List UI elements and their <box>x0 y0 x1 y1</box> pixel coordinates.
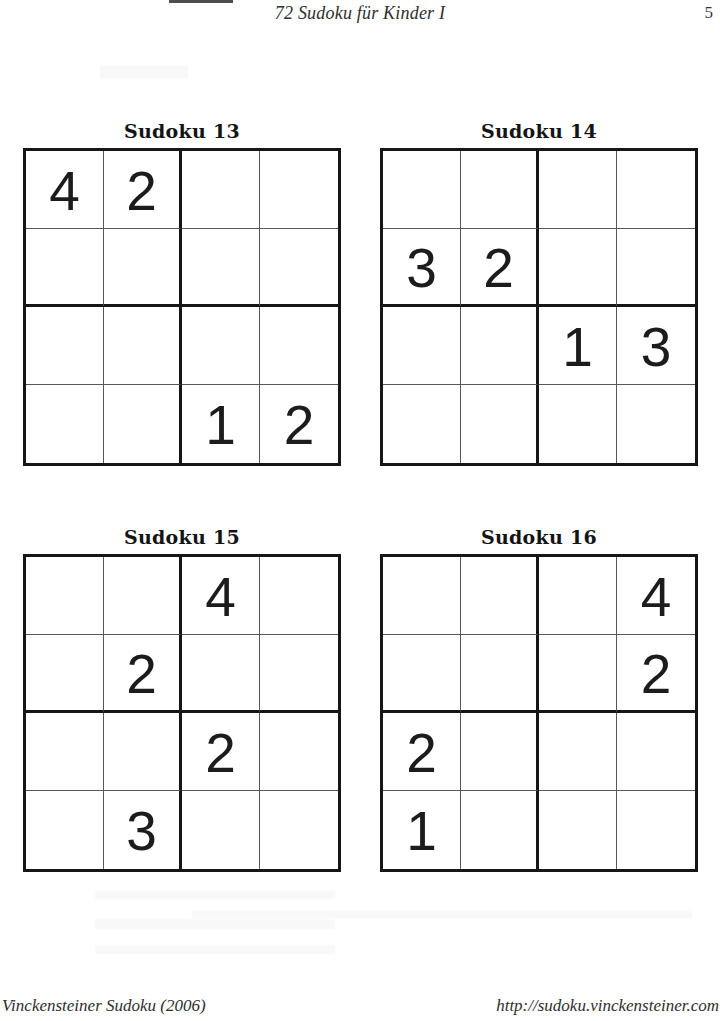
cell-r3c4-empty <box>617 713 695 791</box>
cell-r4c4-given-2: 2 <box>260 385 338 463</box>
cell-r1c1-empty <box>26 557 104 635</box>
cell-r4c3-empty <box>182 791 260 869</box>
cell-r2c3-empty <box>182 229 260 307</box>
cell-r4c1-empty <box>26 791 104 869</box>
cell-r2c1-given-3: 3 <box>383 229 461 307</box>
scan-artifact <box>100 66 188 79</box>
puzzle-sudoku-16: Sudoku 16 4221 <box>380 526 698 872</box>
puzzle-title: Sudoku 16 <box>380 526 698 548</box>
cell-r4c1-empty <box>26 385 104 463</box>
puzzle-sudoku-13: Sudoku 13 4212 <box>23 120 341 466</box>
cell-r1c1-given-4: 4 <box>26 151 104 229</box>
cell-r1c1-empty <box>383 557 461 635</box>
cell-r2c3-empty <box>539 229 617 307</box>
cell-r3c1-empty <box>383 307 461 385</box>
cell-r3c2-empty <box>461 307 539 385</box>
cell-r1c3-given-4: 4 <box>182 557 260 635</box>
cell-r3c4-empty <box>260 713 338 791</box>
cell-r3c1-empty <box>26 713 104 791</box>
cell-r2c4-empty <box>617 229 695 307</box>
scan-artifact <box>95 945 335 954</box>
cell-r1c4-given-4: 4 <box>617 557 695 635</box>
footer-imprint: Vinckensteiner Sudoku (2006) <box>2 996 206 1016</box>
cell-r3c3-given-2: 2 <box>182 713 260 791</box>
footer-url: http://sudoku.vinckensteiner.com <box>496 996 719 1016</box>
cell-r1c3-empty <box>182 151 260 229</box>
cell-r2c4-given-2: 2 <box>617 635 695 713</box>
cell-r3c2-empty <box>104 713 182 791</box>
sudoku-board-13: 4212 <box>23 148 341 466</box>
cell-r2c4-empty <box>260 635 338 713</box>
cell-r4c1-given-1: 1 <box>383 791 461 869</box>
cell-r2c1-empty <box>26 229 104 307</box>
cell-r2c1-empty <box>383 635 461 713</box>
cell-r4c2-given-3: 3 <box>104 791 182 869</box>
cell-r4c3-empty <box>539 385 617 463</box>
cell-r3c1-empty <box>26 307 104 385</box>
cell-r4c2-empty <box>461 385 539 463</box>
cell-r4c4-empty <box>617 385 695 463</box>
cell-r2c2-given-2: 2 <box>461 229 539 307</box>
cell-r3c2-empty <box>461 713 539 791</box>
cell-r1c2-empty <box>461 151 539 229</box>
cell-r3c4-empty <box>260 307 338 385</box>
cell-r3c3-empty <box>539 713 617 791</box>
cell-r1c1-empty <box>383 151 461 229</box>
scan-artifact <box>192 911 692 918</box>
puzzle-title: Sudoku 15 <box>23 526 341 548</box>
page-number: 5 <box>705 3 714 23</box>
cell-r3c3-given-1: 1 <box>539 307 617 385</box>
cell-r3c4-given-3: 3 <box>617 307 695 385</box>
cell-r1c4-empty <box>260 557 338 635</box>
cell-r2c3-empty <box>182 635 260 713</box>
puzzle-sudoku-14: Sudoku 14 3213 <box>380 120 698 466</box>
cell-r1c2-given-2: 2 <box>104 151 182 229</box>
scan-artifact <box>95 919 335 929</box>
cell-r1c2-empty <box>104 557 182 635</box>
cell-r1c4-empty <box>617 151 695 229</box>
cell-r3c3-empty <box>182 307 260 385</box>
cell-r4c3-given-1: 1 <box>182 385 260 463</box>
cell-r4c3-empty <box>539 791 617 869</box>
cell-r3c2-empty <box>104 307 182 385</box>
page-header-title: 72 Sudoku für Kinder I <box>0 3 720 24</box>
cell-r2c1-empty <box>26 635 104 713</box>
cell-r2c4-empty <box>260 229 338 307</box>
cell-r4c1-empty <box>383 385 461 463</box>
cell-r1c2-empty <box>461 557 539 635</box>
scan-artifact <box>95 891 335 899</box>
scanned-sudoku-page: 72 Sudoku für Kinder I 5 Sudoku 13 4212 … <box>0 0 720 1021</box>
cell-r2c3-empty <box>539 635 617 713</box>
cell-r1c3-empty <box>539 151 617 229</box>
cell-r4c4-empty <box>617 791 695 869</box>
cell-r4c4-empty <box>260 791 338 869</box>
puzzle-sudoku-15: Sudoku 15 4223 <box>23 526 341 872</box>
cell-r1c3-empty <box>539 557 617 635</box>
puzzle-title: Sudoku 13 <box>23 120 341 142</box>
puzzle-title: Sudoku 14 <box>380 120 698 142</box>
cell-r2c2-empty <box>461 635 539 713</box>
cell-r4c2-empty <box>104 385 182 463</box>
cell-r4c2-empty <box>461 791 539 869</box>
sudoku-board-16: 4221 <box>380 554 698 872</box>
cell-r2c2-empty <box>104 229 182 307</box>
cell-r2c2-given-2: 2 <box>104 635 182 713</box>
sudoku-board-15: 4223 <box>23 554 341 872</box>
sudoku-board-14: 3213 <box>380 148 698 466</box>
cell-r1c4-empty <box>260 151 338 229</box>
cell-r3c1-given-2: 2 <box>383 713 461 791</box>
